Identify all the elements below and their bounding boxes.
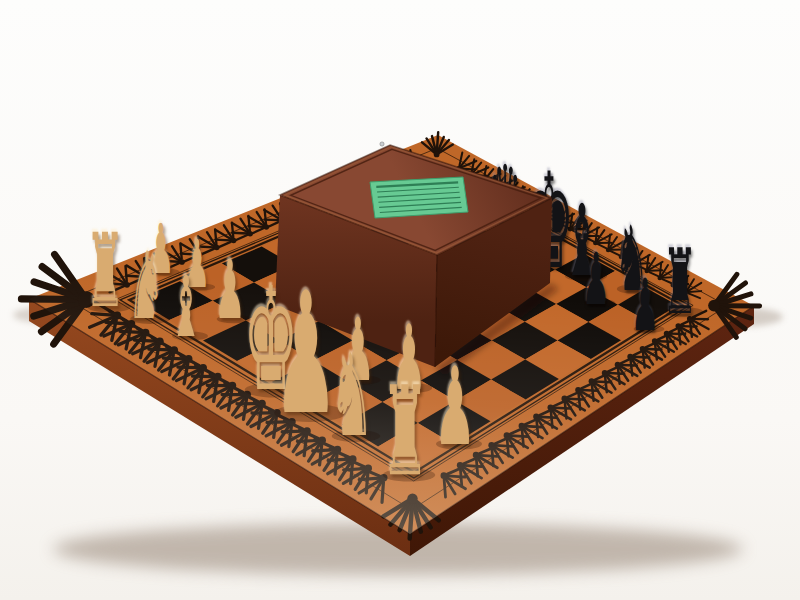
pawn-glyph: ♟ <box>434 352 476 460</box>
knight-glyph: ♞ <box>330 339 374 453</box>
rook-glyph: ♜ <box>85 221 125 323</box>
bishop-glyph: ♝ <box>170 265 203 349</box>
pawn-glyph: ♟ <box>273 269 338 437</box>
rook-glyph: ♜ <box>381 370 429 493</box>
box-latch-pin <box>380 142 384 146</box>
chess-set-photo: ♛♚ ♟♝♟♞♟♜♜♞♟♟♝♟♟♚♟♞♟♜ <box>0 0 800 600</box>
pawn-glyph: ♟ <box>582 243 610 315</box>
pawn-glyph: ♟ <box>631 269 659 341</box>
rook-glyph: ♜ <box>663 236 698 326</box>
pawn-glyph: ♟ <box>214 251 245 332</box>
knight-glyph: ♞ <box>128 240 164 333</box>
